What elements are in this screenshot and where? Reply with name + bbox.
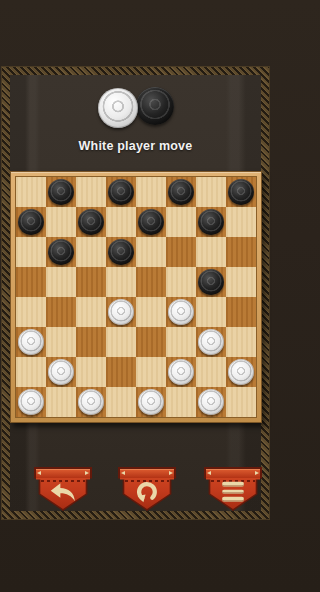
- app-screen: { "game": "checkers", "status": { "text"…: [0, 0, 273, 592]
- black-piece-indicator-icon: [136, 87, 174, 125]
- square-d1: [106, 387, 136, 417]
- square-h4[interactable]: [226, 297, 256, 327]
- undo-button[interactable]: [34, 467, 92, 511]
- square-h7: [226, 207, 256, 237]
- square-g5[interactable]: [196, 267, 226, 297]
- square-g6: [196, 237, 226, 267]
- square-a2: [16, 357, 46, 387]
- square-g7[interactable]: [196, 207, 226, 237]
- black-piece[interactable]: [168, 179, 194, 205]
- square-b1: [46, 387, 76, 417]
- white-piece[interactable]: [168, 299, 194, 325]
- square-e2: [136, 357, 166, 387]
- square-c5[interactable]: [76, 267, 106, 297]
- square-c2: [76, 357, 106, 387]
- square-c1[interactable]: [76, 387, 106, 417]
- square-a6: [16, 237, 46, 267]
- black-piece[interactable]: [48, 239, 74, 265]
- square-a4: [16, 297, 46, 327]
- white-piece[interactable]: [48, 359, 74, 385]
- square-g3[interactable]: [196, 327, 226, 357]
- undo-arrow-icon: [49, 481, 77, 502]
- black-piece[interactable]: [108, 179, 134, 205]
- square-b5: [46, 267, 76, 297]
- square-d8[interactable]: [106, 177, 136, 207]
- square-g1[interactable]: [196, 387, 226, 417]
- square-h2[interactable]: [226, 357, 256, 387]
- white-piece-indicator-icon: [98, 88, 138, 128]
- square-e3[interactable]: [136, 327, 166, 357]
- square-f3: [166, 327, 196, 357]
- square-h3: [226, 327, 256, 357]
- restart-button[interactable]: [118, 467, 176, 511]
- decorative-frame: White player move: [2, 67, 269, 519]
- square-a3[interactable]: [16, 327, 46, 357]
- black-piece[interactable]: [48, 179, 74, 205]
- square-d3: [106, 327, 136, 357]
- square-f2[interactable]: [166, 357, 196, 387]
- square-c8: [76, 177, 106, 207]
- square-h6[interactable]: [226, 237, 256, 267]
- black-piece[interactable]: [18, 209, 44, 235]
- menu-bars-icon: [222, 480, 244, 503]
- black-piece[interactable]: [108, 239, 134, 265]
- square-c6: [76, 237, 106, 267]
- square-d7: [106, 207, 136, 237]
- square-c4: [76, 297, 106, 327]
- square-g4: [196, 297, 226, 327]
- square-e4: [136, 297, 166, 327]
- square-a5[interactable]: [16, 267, 46, 297]
- black-piece[interactable]: [198, 209, 224, 235]
- black-piece[interactable]: [78, 209, 104, 235]
- game-area: White player move: [10, 75, 261, 511]
- white-piece[interactable]: [198, 329, 224, 355]
- square-b8[interactable]: [46, 177, 76, 207]
- square-e1[interactable]: [136, 387, 166, 417]
- square-a1[interactable]: [16, 387, 46, 417]
- square-h8[interactable]: [226, 177, 256, 207]
- black-piece[interactable]: [198, 269, 224, 295]
- square-f8[interactable]: [166, 177, 196, 207]
- white-piece[interactable]: [228, 359, 254, 385]
- square-d6[interactable]: [106, 237, 136, 267]
- square-a7[interactable]: [16, 207, 46, 237]
- white-piece[interactable]: [78, 389, 104, 415]
- square-f4[interactable]: [166, 297, 196, 327]
- square-c3[interactable]: [76, 327, 106, 357]
- checkers-board: [10, 171, 262, 423]
- square-b4[interactable]: [46, 297, 76, 327]
- square-f7: [166, 207, 196, 237]
- square-d5: [106, 267, 136, 297]
- square-h5: [226, 267, 256, 297]
- menu-button[interactable]: [204, 467, 262, 511]
- square-d2[interactable]: [106, 357, 136, 387]
- white-piece[interactable]: [138, 389, 164, 415]
- square-d4[interactable]: [106, 297, 136, 327]
- square-f5: [166, 267, 196, 297]
- white-piece[interactable]: [18, 389, 44, 415]
- square-g2: [196, 357, 226, 387]
- square-e6: [136, 237, 166, 267]
- square-a8: [16, 177, 46, 207]
- square-b6[interactable]: [46, 237, 76, 267]
- white-piece[interactable]: [198, 389, 224, 415]
- restart-icon: [136, 480, 159, 503]
- square-f6[interactable]: [166, 237, 196, 267]
- status-text: White player move: [10, 139, 261, 153]
- black-piece[interactable]: [138, 209, 164, 235]
- square-g8: [196, 177, 226, 207]
- square-e7[interactable]: [136, 207, 166, 237]
- square-e8: [136, 177, 166, 207]
- black-piece[interactable]: [228, 179, 254, 205]
- white-piece[interactable]: [168, 359, 194, 385]
- square-c7[interactable]: [76, 207, 106, 237]
- square-h1: [226, 387, 256, 417]
- square-f1: [166, 387, 196, 417]
- white-piece[interactable]: [108, 299, 134, 325]
- square-b3: [46, 327, 76, 357]
- board-grid: [16, 177, 256, 417]
- square-b7: [46, 207, 76, 237]
- white-piece[interactable]: [18, 329, 44, 355]
- square-e5[interactable]: [136, 267, 166, 297]
- square-b2[interactable]: [46, 357, 76, 387]
